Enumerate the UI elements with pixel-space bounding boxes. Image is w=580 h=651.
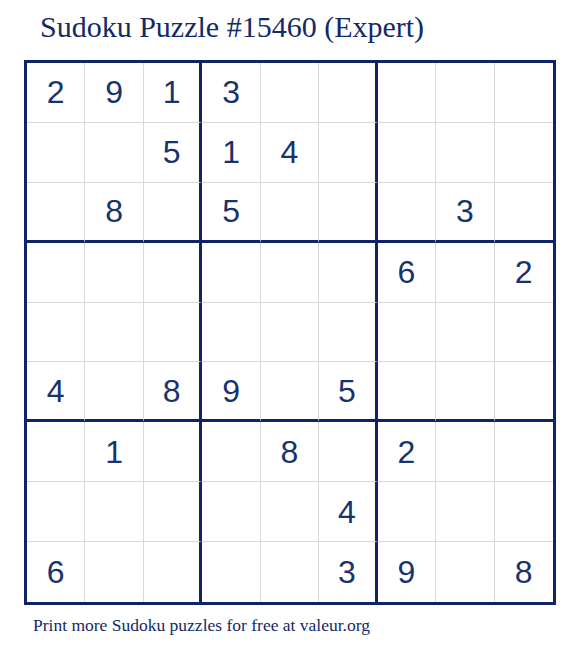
cell-r7c5: 8	[261, 422, 319, 482]
cell-r8c7	[378, 482, 436, 542]
cell-r6c4: 9	[202, 362, 260, 422]
cell-r6c6: 5	[319, 362, 377, 422]
cell-r8c8	[436, 482, 494, 542]
cell-r1c8	[436, 63, 494, 123]
cell-r1c4: 3	[202, 63, 260, 123]
cell-r6c2	[85, 362, 143, 422]
cell-r3c3	[144, 183, 202, 243]
cell-r7c6	[319, 422, 377, 482]
cell-r5c1	[27, 303, 85, 363]
cell-r2c4: 1	[202, 123, 260, 183]
cell-r4c1	[27, 243, 85, 303]
cell-r4c4	[202, 243, 260, 303]
cell-r9c2	[85, 542, 143, 602]
page-title: Sudoku Puzzle #15460 (Expert)	[40, 10, 424, 44]
cell-r5c8	[436, 303, 494, 363]
cell-r3c6	[319, 183, 377, 243]
cell-r7c4	[202, 422, 260, 482]
cell-r7c1	[27, 422, 85, 482]
cell-r5c6	[319, 303, 377, 363]
cell-r5c9	[495, 303, 553, 363]
cell-r7c8	[436, 422, 494, 482]
cell-r5c7	[378, 303, 436, 363]
cell-r8c4	[202, 482, 260, 542]
cell-r1c1: 2	[27, 63, 85, 123]
cell-r2c3: 5	[144, 123, 202, 183]
cell-r6c8	[436, 362, 494, 422]
footer-text: Print more Sudoku puzzles for free at va…	[33, 615, 370, 636]
cell-r4c5	[261, 243, 319, 303]
cell-r2c2	[85, 123, 143, 183]
cell-r3c2: 8	[85, 183, 143, 243]
cell-r5c4	[202, 303, 260, 363]
cell-r8c1	[27, 482, 85, 542]
cell-r2c6	[319, 123, 377, 183]
cell-r2c1	[27, 123, 85, 183]
cell-r4c9: 2	[495, 243, 553, 303]
cell-r7c9	[495, 422, 553, 482]
cell-r6c1: 4	[27, 362, 85, 422]
cell-r4c7: 6	[378, 243, 436, 303]
cell-r5c5	[261, 303, 319, 363]
cell-r9c1: 6	[27, 542, 85, 602]
cell-r8c5	[261, 482, 319, 542]
cell-r2c9	[495, 123, 553, 183]
cell-r1c6	[319, 63, 377, 123]
cell-r4c2	[85, 243, 143, 303]
cell-r7c3	[144, 422, 202, 482]
cell-r7c7: 2	[378, 422, 436, 482]
cell-r3c1	[27, 183, 85, 243]
cell-r3c4: 5	[202, 183, 260, 243]
cell-r2c5: 4	[261, 123, 319, 183]
cell-r6c9	[495, 362, 553, 422]
cell-r6c7	[378, 362, 436, 422]
cell-r4c8	[436, 243, 494, 303]
cell-r5c3	[144, 303, 202, 363]
cell-r9c7: 9	[378, 542, 436, 602]
cell-r3c5	[261, 183, 319, 243]
cell-r6c3: 8	[144, 362, 202, 422]
cell-r8c3	[144, 482, 202, 542]
cell-r8c6: 4	[319, 482, 377, 542]
cell-r4c6	[319, 243, 377, 303]
cell-r1c3: 1	[144, 63, 202, 123]
cell-r9c5	[261, 542, 319, 602]
cell-r1c5	[261, 63, 319, 123]
cell-r5c2	[85, 303, 143, 363]
cell-r1c9	[495, 63, 553, 123]
cell-r9c3	[144, 542, 202, 602]
cell-r3c8: 3	[436, 183, 494, 243]
cell-r8c2	[85, 482, 143, 542]
cell-r2c8	[436, 123, 494, 183]
cell-r9c6: 3	[319, 542, 377, 602]
cell-r4c3	[144, 243, 202, 303]
cell-r1c7	[378, 63, 436, 123]
cell-r6c5	[261, 362, 319, 422]
sudoku-board: 291351485362489518246398	[24, 60, 556, 605]
cell-r3c9	[495, 183, 553, 243]
cell-r8c9	[495, 482, 553, 542]
cell-r9c8	[436, 542, 494, 602]
cell-r2c7	[378, 123, 436, 183]
cell-r7c2: 1	[85, 422, 143, 482]
cell-r1c2: 9	[85, 63, 143, 123]
cell-r9c4	[202, 542, 260, 602]
cell-r3c7	[378, 183, 436, 243]
cell-r9c9: 8	[495, 542, 553, 602]
